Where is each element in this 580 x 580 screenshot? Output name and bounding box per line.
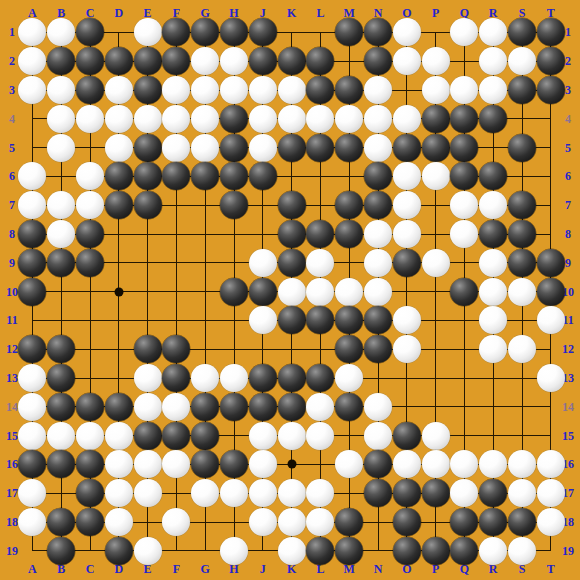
black-stone-Q5[interactable] [450, 134, 478, 162]
white-stone-B3[interactable] [47, 76, 75, 104]
row-label-left-1: 1 [9, 25, 15, 39]
white-stone-C15[interactable] [76, 422, 104, 450]
white-stone-H3[interactable] [220, 76, 248, 104]
white-stone-B1[interactable] [47, 18, 75, 46]
black-stone-G16[interactable] [191, 450, 219, 478]
white-stone-Q16[interactable] [450, 450, 478, 478]
black-stone-K9[interactable] [278, 249, 306, 277]
black-stone-K5[interactable] [278, 134, 306, 162]
black-stone-R4[interactable] [479, 105, 507, 133]
black-stone-O18[interactable] [393, 508, 421, 536]
black-stone-K14[interactable] [278, 393, 306, 421]
black-stone-T3[interactable] [537, 76, 565, 104]
white-stone-K19[interactable] [278, 537, 306, 565]
black-stone-H10[interactable] [220, 278, 248, 306]
white-stone-R1[interactable] [479, 18, 507, 46]
white-stone-T13[interactable] [537, 364, 565, 392]
black-stone-F2[interactable] [162, 47, 190, 75]
white-stone-M4[interactable] [335, 105, 363, 133]
black-stone-M7[interactable] [335, 191, 363, 219]
black-stone-K13[interactable] [278, 364, 306, 392]
white-stone-J15[interactable] [249, 422, 277, 450]
black-stone-R6[interactable] [479, 162, 507, 190]
white-stone-E14[interactable] [134, 393, 162, 421]
white-stone-P6[interactable] [422, 162, 450, 190]
black-stone-B12[interactable] [47, 335, 75, 363]
white-stone-G5[interactable] [191, 134, 219, 162]
black-stone-S7[interactable] [508, 191, 536, 219]
white-stone-O6[interactable] [393, 162, 421, 190]
black-stone-T2[interactable] [537, 47, 565, 75]
black-stone-S1[interactable] [508, 18, 536, 46]
row-label-left-4: 4 [9, 112, 15, 126]
row-label-left-16: 16 [6, 457, 18, 471]
white-stone-Q3[interactable] [450, 76, 478, 104]
white-stone-S19[interactable] [508, 537, 536, 565]
black-stone-E12[interactable] [134, 335, 162, 363]
black-stone-H5[interactable] [220, 134, 248, 162]
white-stone-R7[interactable] [479, 191, 507, 219]
white-stone-S12[interactable] [508, 335, 536, 363]
row-label-right-14: 14 [562, 400, 574, 414]
white-stone-B8[interactable] [47, 220, 75, 248]
black-stone-M19[interactable] [335, 537, 363, 565]
row-label-left-6: 6 [9, 169, 15, 183]
black-stone-M5[interactable] [335, 134, 363, 162]
row-label-right-4: 4 [565, 112, 571, 126]
black-stone-A9[interactable] [18, 249, 46, 277]
white-stone-L15[interactable] [306, 422, 334, 450]
white-stone-Q8[interactable] [450, 220, 478, 248]
black-stone-H7[interactable] [220, 191, 248, 219]
white-stone-L9[interactable] [306, 249, 334, 277]
row-label-right-3: 3 [565, 83, 571, 97]
white-stone-B5[interactable] [47, 134, 75, 162]
white-stone-O7[interactable] [393, 191, 421, 219]
black-stone-Q6[interactable] [450, 162, 478, 190]
white-stone-A17[interactable] [18, 479, 46, 507]
black-stone-B9[interactable] [47, 249, 75, 277]
black-stone-H14[interactable] [220, 393, 248, 421]
col-label-bottom-G: G [201, 562, 210, 576]
black-stone-H1[interactable] [220, 18, 248, 46]
white-stone-A7[interactable] [18, 191, 46, 219]
white-stone-R2[interactable] [479, 47, 507, 75]
black-stone-S18[interactable] [508, 508, 536, 536]
col-label-bottom-C: C [86, 562, 95, 576]
black-stone-M12[interactable] [335, 335, 363, 363]
white-stone-P15[interactable] [422, 422, 450, 450]
row-label-right-2: 2 [565, 54, 571, 68]
black-stone-C8[interactable] [76, 220, 104, 248]
white-stone-T17[interactable] [537, 479, 565, 507]
white-stone-M13[interactable] [335, 364, 363, 392]
col-label-bottom-T: T [547, 562, 555, 576]
white-stone-N15[interactable] [364, 422, 392, 450]
row-label-left-9: 9 [9, 256, 15, 270]
black-stone-L13[interactable] [306, 364, 334, 392]
white-stone-K4[interactable] [278, 105, 306, 133]
star-point-D10 [114, 287, 123, 296]
white-stone-N10[interactable] [364, 278, 392, 306]
black-stone-O5[interactable] [393, 134, 421, 162]
white-stone-F18[interactable] [162, 508, 190, 536]
black-stone-B18[interactable] [47, 508, 75, 536]
row-label-left-11: 11 [6, 313, 17, 327]
black-stone-F1[interactable] [162, 18, 190, 46]
white-stone-K10[interactable] [278, 278, 306, 306]
white-stone-T11[interactable] [537, 306, 565, 334]
white-stone-D3[interactable] [105, 76, 133, 104]
black-stone-N17[interactable] [364, 479, 392, 507]
row-label-left-18: 18 [6, 515, 18, 529]
col-label-bottom-J: J [260, 562, 266, 576]
white-stone-N4[interactable] [364, 105, 392, 133]
white-stone-F16[interactable] [162, 450, 190, 478]
white-stone-L10[interactable] [306, 278, 334, 306]
row-label-right-8: 8 [565, 227, 571, 241]
row-label-right-6: 6 [565, 169, 571, 183]
row-label-left-17: 17 [6, 486, 18, 500]
white-stone-E19[interactable] [134, 537, 162, 565]
black-stone-G15[interactable] [191, 422, 219, 450]
black-stone-E5[interactable] [134, 134, 162, 162]
white-stone-L14[interactable] [306, 393, 334, 421]
black-stone-C17[interactable] [76, 479, 104, 507]
white-stone-A14[interactable] [18, 393, 46, 421]
black-stone-T10[interactable] [537, 278, 565, 306]
white-stone-Q17[interactable] [450, 479, 478, 507]
row-label-right-1: 1 [565, 25, 571, 39]
black-stone-G6[interactable] [191, 162, 219, 190]
black-stone-F13[interactable] [162, 364, 190, 392]
black-stone-A12[interactable] [18, 335, 46, 363]
black-stone-M14[interactable] [335, 393, 363, 421]
white-stone-H19[interactable] [220, 537, 248, 565]
black-stone-F12[interactable] [162, 335, 190, 363]
row-label-left-19: 19 [6, 544, 18, 558]
black-stone-L11[interactable] [306, 306, 334, 334]
row-label-left-3: 3 [9, 83, 15, 97]
white-stone-M16[interactable] [335, 450, 363, 478]
white-stone-E16[interactable] [134, 450, 162, 478]
white-stone-R12[interactable] [479, 335, 507, 363]
white-stone-N8[interactable] [364, 220, 392, 248]
black-stone-K8[interactable] [278, 220, 306, 248]
white-stone-L18[interactable] [306, 508, 334, 536]
black-stone-H16[interactable] [220, 450, 248, 478]
white-stone-S2[interactable] [508, 47, 536, 75]
black-stone-J10[interactable] [249, 278, 277, 306]
white-stone-K3[interactable] [278, 76, 306, 104]
white-stone-N3[interactable] [364, 76, 392, 104]
black-stone-Q4[interactable] [450, 105, 478, 133]
black-stone-G14[interactable] [191, 393, 219, 421]
white-stone-J16[interactable] [249, 450, 277, 478]
black-stone-D14[interactable] [105, 393, 133, 421]
white-stone-J18[interactable] [249, 508, 277, 536]
white-stone-F14[interactable] [162, 393, 190, 421]
black-stone-B14[interactable] [47, 393, 75, 421]
black-stone-N7[interactable] [364, 191, 392, 219]
white-stone-N9[interactable] [364, 249, 392, 277]
black-stone-C16[interactable] [76, 450, 104, 478]
white-stone-A3[interactable] [18, 76, 46, 104]
black-stone-K2[interactable] [278, 47, 306, 75]
black-stone-F15[interactable] [162, 422, 190, 450]
black-stone-J14[interactable] [249, 393, 277, 421]
black-stone-C9[interactable] [76, 249, 104, 277]
white-stone-S17[interactable] [508, 479, 536, 507]
black-stone-L3[interactable] [306, 76, 334, 104]
black-stone-T1[interactable] [537, 18, 565, 46]
black-stone-D6[interactable] [105, 162, 133, 190]
white-stone-D18[interactable] [105, 508, 133, 536]
row-label-left-5: 5 [9, 141, 15, 155]
white-stone-D17[interactable] [105, 479, 133, 507]
row-label-left-10: 10 [6, 285, 18, 299]
white-stone-N5[interactable] [364, 134, 392, 162]
white-stone-A18[interactable] [18, 508, 46, 536]
black-stone-S5[interactable] [508, 134, 536, 162]
white-stone-R3[interactable] [479, 76, 507, 104]
white-stone-R11[interactable] [479, 306, 507, 334]
white-stone-Q1[interactable] [450, 18, 478, 46]
white-stone-E13[interactable] [134, 364, 162, 392]
black-stone-C14[interactable] [76, 393, 104, 421]
white-stone-A13[interactable] [18, 364, 46, 392]
col-label-bottom-N: N [374, 562, 383, 576]
black-stone-M11[interactable] [335, 306, 363, 334]
black-stone-N11[interactable] [364, 306, 392, 334]
white-stone-A6[interactable] [18, 162, 46, 190]
white-stone-E1[interactable] [134, 18, 162, 46]
white-stone-F5[interactable] [162, 134, 190, 162]
black-stone-J1[interactable] [249, 18, 277, 46]
black-stone-C2[interactable] [76, 47, 104, 75]
black-stone-A10[interactable] [18, 278, 46, 306]
row-label-right-9: 9 [565, 256, 571, 270]
black-stone-S9[interactable] [508, 249, 536, 277]
white-stone-B4[interactable] [47, 105, 75, 133]
col-label-top-K: K [287, 6, 296, 20]
col-label-top-L: L [316, 6, 324, 20]
black-stone-S8[interactable] [508, 220, 536, 248]
white-stone-S10[interactable] [508, 278, 536, 306]
black-stone-E2[interactable] [134, 47, 162, 75]
row-label-right-5: 5 [565, 141, 571, 155]
black-stone-O17[interactable] [393, 479, 421, 507]
black-stone-B2[interactable] [47, 47, 75, 75]
black-stone-M18[interactable] [335, 508, 363, 536]
white-stone-D4[interactable] [105, 105, 133, 133]
black-stone-E6[interactable] [134, 162, 162, 190]
white-stone-P16[interactable] [422, 450, 450, 478]
black-stone-J13[interactable] [249, 364, 277, 392]
grid-hline-12 [32, 349, 551, 350]
white-stone-K17[interactable] [278, 479, 306, 507]
white-stone-J4[interactable] [249, 105, 277, 133]
black-stone-Q10[interactable] [450, 278, 478, 306]
black-stone-P17[interactable] [422, 479, 450, 507]
white-stone-H13[interactable] [220, 364, 248, 392]
black-stone-C18[interactable] [76, 508, 104, 536]
white-stone-T16[interactable] [537, 450, 565, 478]
white-stone-Q7[interactable] [450, 191, 478, 219]
white-stone-H2[interactable] [220, 47, 248, 75]
black-stone-H6[interactable] [220, 162, 248, 190]
white-stone-E4[interactable] [134, 105, 162, 133]
white-stone-J17[interactable] [249, 479, 277, 507]
col-label-top-P: P [432, 6, 439, 20]
white-stone-R9[interactable] [479, 249, 507, 277]
white-stone-J5[interactable] [249, 134, 277, 162]
white-stone-G17[interactable] [191, 479, 219, 507]
white-stone-G2[interactable] [191, 47, 219, 75]
col-label-bottom-F: F [173, 562, 180, 576]
white-stone-O1[interactable] [393, 18, 421, 46]
white-stone-F3[interactable] [162, 76, 190, 104]
row-label-right-12: 12 [562, 342, 574, 356]
row-label-left-8: 8 [9, 227, 15, 241]
black-stone-Q18[interactable] [450, 508, 478, 536]
black-stone-C3[interactable] [76, 76, 104, 104]
black-stone-L8[interactable] [306, 220, 334, 248]
black-stone-C1[interactable] [76, 18, 104, 46]
white-stone-R10[interactable] [479, 278, 507, 306]
white-stone-J9[interactable] [249, 249, 277, 277]
row-label-right-15: 15 [562, 429, 574, 443]
white-stone-O16[interactable] [393, 450, 421, 478]
row-label-left-7: 7 [9, 198, 15, 212]
black-stone-G1[interactable] [191, 18, 219, 46]
white-stone-J11[interactable] [249, 306, 277, 334]
white-stone-L17[interactable] [306, 479, 334, 507]
row-label-right-19: 19 [562, 544, 574, 558]
white-stone-A2[interactable] [18, 47, 46, 75]
black-stone-O9[interactable] [393, 249, 421, 277]
white-stone-B7[interactable] [47, 191, 75, 219]
white-stone-G3[interactable] [191, 76, 219, 104]
black-stone-N1[interactable] [364, 18, 392, 46]
white-stone-C7[interactable] [76, 191, 104, 219]
black-stone-R8[interactable] [479, 220, 507, 248]
black-stone-L19[interactable] [306, 537, 334, 565]
black-stone-O15[interactable] [393, 422, 421, 450]
white-stone-D16[interactable] [105, 450, 133, 478]
white-stone-C6[interactable] [76, 162, 104, 190]
black-stone-N12[interactable] [364, 335, 392, 363]
white-stone-D5[interactable] [105, 134, 133, 162]
black-stone-M3[interactable] [335, 76, 363, 104]
white-stone-O2[interactable] [393, 47, 421, 75]
white-stone-O8[interactable] [393, 220, 421, 248]
black-stone-K7[interactable] [278, 191, 306, 219]
white-stone-O4[interactable] [393, 105, 421, 133]
black-stone-D19[interactable] [105, 537, 133, 565]
white-stone-K15[interactable] [278, 422, 306, 450]
white-stone-M10[interactable] [335, 278, 363, 306]
black-stone-M1[interactable] [335, 18, 363, 46]
white-stone-P3[interactable] [422, 76, 450, 104]
white-stone-L4[interactable] [306, 105, 334, 133]
black-stone-F6[interactable] [162, 162, 190, 190]
black-stone-J6[interactable] [249, 162, 277, 190]
white-stone-T18[interactable] [537, 508, 565, 536]
black-stone-T9[interactable] [537, 249, 565, 277]
row-label-left-2: 2 [9, 54, 15, 68]
black-stone-N6[interactable] [364, 162, 392, 190]
white-stone-P2[interactable] [422, 47, 450, 75]
black-stone-A8[interactable] [18, 220, 46, 248]
black-stone-P4[interactable] [422, 105, 450, 133]
white-stone-K18[interactable] [278, 508, 306, 536]
black-stone-B16[interactable] [47, 450, 75, 478]
white-stone-S16[interactable] [508, 450, 536, 478]
black-stone-N16[interactable] [364, 450, 392, 478]
white-stone-O11[interactable] [393, 306, 421, 334]
white-stone-R19[interactable] [479, 537, 507, 565]
black-stone-O19[interactable] [393, 537, 421, 565]
white-stone-J3[interactable] [249, 76, 277, 104]
white-stone-B15[interactable] [47, 422, 75, 450]
row-label-left-13: 13 [6, 371, 18, 385]
black-stone-M8[interactable] [335, 220, 363, 248]
row-label-left-12: 12 [6, 342, 18, 356]
black-stone-L5[interactable] [306, 134, 334, 162]
black-stone-E3[interactable] [134, 76, 162, 104]
row-label-left-14: 14 [6, 400, 18, 414]
white-stone-R16[interactable] [479, 450, 507, 478]
black-stone-K11[interactable] [278, 306, 306, 334]
white-stone-A1[interactable] [18, 18, 46, 46]
black-stone-R17[interactable] [479, 479, 507, 507]
white-stone-G13[interactable] [191, 364, 219, 392]
white-stone-N14[interactable] [364, 393, 392, 421]
white-stone-D15[interactable] [105, 422, 133, 450]
white-stone-P9[interactable] [422, 249, 450, 277]
white-stone-A15[interactable] [18, 422, 46, 450]
row-label-right-7: 7 [565, 198, 571, 212]
black-stone-B13[interactable] [47, 364, 75, 392]
black-stone-B19[interactable] [47, 537, 75, 565]
black-stone-P5[interactable] [422, 134, 450, 162]
white-stone-O12[interactable] [393, 335, 421, 363]
black-stone-A16[interactable] [18, 450, 46, 478]
white-stone-H17[interactable] [220, 479, 248, 507]
col-label-top-D: D [114, 6, 123, 20]
black-stone-D2[interactable] [105, 47, 133, 75]
black-stone-N2[interactable] [364, 47, 392, 75]
black-stone-P19[interactable] [422, 537, 450, 565]
black-stone-E7[interactable] [134, 191, 162, 219]
black-stone-D7[interactable] [105, 191, 133, 219]
row-label-left-15: 15 [6, 429, 18, 443]
star-point-K16 [287, 460, 296, 469]
black-stone-L2[interactable] [306, 47, 334, 75]
black-stone-J2[interactable] [249, 47, 277, 75]
white-stone-C4[interactable] [76, 105, 104, 133]
black-stone-Q19[interactable] [450, 537, 478, 565]
black-stone-H4[interactable] [220, 105, 248, 133]
black-stone-S3[interactable] [508, 76, 536, 104]
black-stone-R18[interactable] [479, 508, 507, 536]
black-stone-E15[interactable] [134, 422, 162, 450]
white-stone-G4[interactable] [191, 105, 219, 133]
white-stone-E17[interactable] [134, 479, 162, 507]
go-board[interactable]: AABBCCDDEEFFGGHHJJKKLLMMNNOOPPQQRRSSTT11… [0, 0, 580, 580]
white-stone-F4[interactable] [162, 105, 190, 133]
